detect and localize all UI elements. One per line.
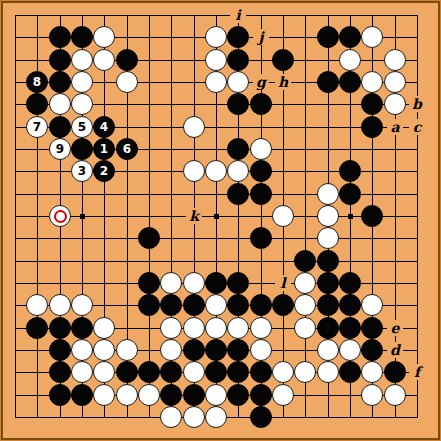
black-stone — [71, 384, 93, 406]
black-stone — [384, 361, 406, 383]
white-stone — [227, 317, 249, 339]
white-stone — [384, 49, 406, 71]
white-stone — [116, 71, 138, 93]
white-stone — [93, 26, 115, 48]
point-label-j: j — [253, 29, 269, 45]
black-stone — [49, 384, 71, 406]
white-stone — [294, 294, 316, 316]
move-number-stone: 9 — [49, 138, 71, 160]
black-stone — [294, 250, 316, 272]
white-stone — [160, 339, 182, 361]
move-number: 9 — [56, 139, 64, 159]
white-stone — [272, 361, 294, 383]
white-stone — [205, 317, 227, 339]
move-number-stone: 3 — [71, 160, 93, 182]
go-board[interactable]: ij8ghb754ac91632kledf — [0, 0, 441, 441]
black-stone — [272, 294, 294, 316]
black-stone — [49, 26, 71, 48]
white-stone — [71, 71, 93, 93]
white-stone — [71, 93, 93, 115]
star-point — [80, 214, 85, 219]
point-label-g: g — [253, 74, 269, 90]
point-label-h: h — [275, 74, 291, 90]
white-stone — [160, 317, 182, 339]
white-stone — [93, 384, 115, 406]
black-stone — [71, 317, 93, 339]
point-label-d: d — [387, 342, 403, 358]
point-label-i: i — [230, 7, 246, 23]
white-stone — [294, 272, 316, 294]
point-label-l: l — [275, 275, 291, 291]
black-stone — [339, 361, 361, 383]
white-stone — [361, 71, 383, 93]
white-stone — [361, 384, 383, 406]
point-label-k: k — [186, 208, 202, 224]
white-stone — [227, 71, 249, 93]
grid-line-vertical — [305, 15, 306, 418]
black-stone — [250, 294, 272, 316]
black-stone — [250, 384, 272, 406]
white-stone — [71, 294, 93, 316]
black-stone — [227, 26, 249, 48]
grid-line-horizontal — [15, 238, 418, 239]
black-stone — [26, 317, 48, 339]
move-number: 5 — [78, 117, 86, 137]
black-stone — [361, 339, 383, 361]
white-stone — [93, 361, 115, 383]
black-stone — [227, 272, 249, 294]
black-stone — [227, 294, 249, 316]
move-number: 6 — [123, 139, 131, 159]
white-stone — [317, 227, 339, 249]
black-stone — [317, 71, 339, 93]
white-stone — [361, 26, 383, 48]
black-stone — [361, 93, 383, 115]
black-stone — [26, 93, 48, 115]
white-stone — [205, 384, 227, 406]
black-stone — [160, 361, 182, 383]
black-stone — [205, 339, 227, 361]
white-stone — [339, 339, 361, 361]
point-label-a: a — [387, 119, 403, 135]
black-stone — [361, 317, 383, 339]
black-stone — [317, 317, 339, 339]
white-stone — [205, 406, 227, 428]
black-stone — [116, 361, 138, 383]
star-point — [214, 214, 219, 219]
white-stone — [339, 49, 361, 71]
black-stone — [250, 183, 272, 205]
white-stone — [205, 71, 227, 93]
black-stone — [227, 93, 249, 115]
black-stone — [227, 384, 249, 406]
white-stone — [93, 317, 115, 339]
black-stone — [116, 49, 138, 71]
black-stone — [138, 272, 160, 294]
white-stone — [93, 339, 115, 361]
black-stone — [71, 26, 93, 48]
white-stone — [71, 339, 93, 361]
black-stone — [361, 116, 383, 138]
black-stone — [272, 49, 294, 71]
move-number: 8 — [33, 72, 41, 92]
red-circle-mark — [54, 210, 67, 223]
black-stone — [138, 294, 160, 316]
move-number-stone: 6 — [116, 138, 138, 160]
white-stone — [361, 294, 383, 316]
white-stone — [183, 406, 205, 428]
white-stone — [160, 272, 182, 294]
white-stone — [361, 361, 383, 383]
white-stone — [205, 49, 227, 71]
white-stone — [384, 71, 406, 93]
black-stone — [339, 294, 361, 316]
black-stone — [339, 160, 361, 182]
white-stone — [384, 384, 406, 406]
black-stone — [339, 272, 361, 294]
white-stone — [294, 317, 316, 339]
point-label-e: e — [387, 320, 403, 336]
white-stone — [317, 339, 339, 361]
black-stone — [227, 339, 249, 361]
black-stone — [49, 361, 71, 383]
move-number: 3 — [78, 161, 86, 181]
black-stone — [250, 361, 272, 383]
move-number: 1 — [100, 139, 108, 159]
black-stone — [49, 71, 71, 93]
black-stone — [227, 138, 249, 160]
move-number-stone: 5 — [71, 116, 93, 138]
white-stone — [160, 406, 182, 428]
black-stone — [227, 183, 249, 205]
point-label-c: c — [409, 119, 425, 135]
white-stone — [227, 160, 249, 182]
point-label-b: b — [409, 96, 425, 112]
black-stone — [339, 183, 361, 205]
white-stone — [49, 93, 71, 115]
black-stone — [339, 26, 361, 48]
black-stone — [317, 250, 339, 272]
white-stone — [250, 138, 272, 160]
white-stone — [183, 116, 205, 138]
black-stone — [138, 361, 160, 383]
marked-white-stone — [49, 205, 71, 227]
black-stone — [49, 116, 71, 138]
grid-line-vertical — [417, 15, 418, 418]
white-stone — [138, 384, 160, 406]
white-stone — [183, 361, 205, 383]
white-stone — [26, 294, 48, 316]
white-stone — [250, 317, 272, 339]
grid-line-horizontal — [15, 261, 418, 262]
black-stone — [227, 49, 249, 71]
move-number: 7 — [33, 117, 41, 137]
star-point — [348, 214, 353, 219]
black-stone — [138, 227, 160, 249]
white-stone — [294, 361, 316, 383]
black-stone — [250, 227, 272, 249]
black-stone — [317, 26, 339, 48]
white-stone — [116, 339, 138, 361]
black-stone — [160, 384, 182, 406]
black-stone — [250, 93, 272, 115]
move-number: 2 — [100, 161, 108, 181]
black-stone — [49, 317, 71, 339]
point-label-f: f — [409, 364, 425, 380]
black-stone — [250, 406, 272, 428]
black-stone — [227, 361, 249, 383]
white-stone — [205, 294, 227, 316]
black-stone — [205, 361, 227, 383]
white-stone — [317, 361, 339, 383]
white-stone — [205, 26, 227, 48]
move-number-stone: 1 — [93, 138, 115, 160]
white-stone — [183, 160, 205, 182]
black-stone — [160, 294, 182, 316]
white-stone — [93, 49, 115, 71]
move-number-stone: 8 — [26, 71, 48, 93]
white-stone — [317, 183, 339, 205]
black-stone — [339, 71, 361, 93]
white-stone — [384, 93, 406, 115]
black-stone — [317, 294, 339, 316]
black-stone — [361, 205, 383, 227]
white-stone — [71, 49, 93, 71]
white-stone — [183, 317, 205, 339]
white-stone — [71, 361, 93, 383]
white-stone — [183, 272, 205, 294]
move-number-stone: 2 — [93, 160, 115, 182]
move-number-stone: 4 — [93, 116, 115, 138]
white-stone — [272, 205, 294, 227]
black-stone — [49, 339, 71, 361]
white-stone — [205, 160, 227, 182]
white-stone — [116, 384, 138, 406]
move-number: 4 — [100, 117, 108, 137]
black-stone — [317, 272, 339, 294]
black-stone — [183, 339, 205, 361]
black-stone — [183, 384, 205, 406]
black-stone — [205, 272, 227, 294]
white-stone — [272, 384, 294, 406]
move-number-stone: 7 — [26, 116, 48, 138]
black-stone — [183, 294, 205, 316]
black-stone — [339, 317, 361, 339]
black-stone — [250, 160, 272, 182]
white-stone — [317, 205, 339, 227]
white-stone — [49, 294, 71, 316]
black-stone — [71, 138, 93, 160]
white-stone — [250, 339, 272, 361]
black-stone — [49, 49, 71, 71]
go-diagram: ij8ghb754ac91632kledf — [0, 0, 441, 441]
